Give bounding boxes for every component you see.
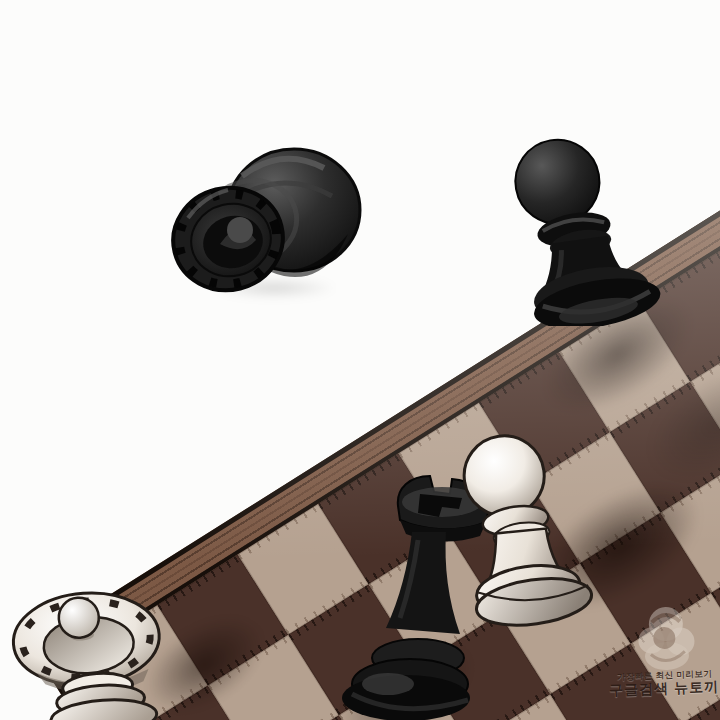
white-pawn-piece [448, 428, 603, 628]
illustration-canvas: 가장빠른 최신 미리보기 구글검색 뉴토끼 [0, 0, 720, 720]
watermark-site-name: 구글검색 뉴토끼 [601, 678, 720, 700]
black-pawn-icon [498, 126, 678, 326]
fallen-black-piece [162, 122, 367, 307]
black-pawn-piece [498, 126, 678, 326]
white-queen-icon [0, 575, 185, 720]
white-queen-piece [0, 575, 185, 720]
site-watermark: 가장빠른 최신 미리보기 구글검색 뉴토끼 [604, 594, 720, 720]
fallen-black-piece-icon [162, 122, 367, 307]
watermark-emblem-icon [621, 597, 710, 676]
white-pawn-icon [448, 428, 603, 628]
